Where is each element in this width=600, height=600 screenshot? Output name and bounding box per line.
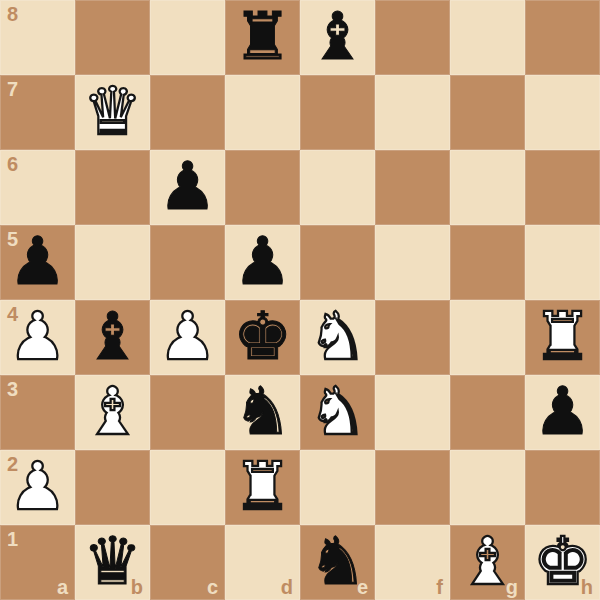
square-e5[interactable]	[300, 225, 375, 300]
square-c5[interactable]	[150, 225, 225, 300]
square-b1[interactable]: b♛	[75, 525, 150, 600]
piece-black-king[interactable]: ♚	[233, 299, 292, 374]
rank-label-6: 6	[7, 154, 18, 174]
square-f8[interactable]	[375, 0, 450, 75]
piece-white-king[interactable]: ♚	[533, 524, 592, 599]
square-c8[interactable]	[150, 0, 225, 75]
square-h2[interactable]	[525, 450, 600, 525]
piece-white-rook[interactable]: ♜	[533, 299, 592, 374]
piece-black-bishop[interactable]: ♝	[83, 299, 142, 374]
square-b4[interactable]: ♝	[75, 300, 150, 375]
rank-label-3: 3	[7, 379, 18, 399]
square-b6[interactable]	[75, 150, 150, 225]
square-d3[interactable]: ♞	[225, 375, 300, 450]
piece-black-queen[interactable]: ♛	[83, 524, 142, 599]
piece-white-knight[interactable]: ♞	[308, 374, 367, 449]
square-c4[interactable]: ♟	[150, 300, 225, 375]
square-g4[interactable]	[450, 300, 525, 375]
square-c3[interactable]	[150, 375, 225, 450]
square-a8[interactable]: 8	[0, 0, 75, 75]
square-d7[interactable]	[225, 75, 300, 150]
square-d5[interactable]: ♟	[225, 225, 300, 300]
square-a4[interactable]: 4♟	[0, 300, 75, 375]
square-e3[interactable]: ♞	[300, 375, 375, 450]
square-e2[interactable]	[300, 450, 375, 525]
square-e6[interactable]	[300, 150, 375, 225]
piece-black-knight[interactable]: ♞	[308, 524, 367, 599]
square-a5[interactable]: 5♟	[0, 225, 75, 300]
square-d6[interactable]	[225, 150, 300, 225]
rank-label-1: 1	[7, 529, 18, 549]
piece-black-knight[interactable]: ♞	[233, 374, 292, 449]
file-label-c: c	[207, 577, 218, 597]
rank-label-7: 7	[7, 79, 18, 99]
square-b3[interactable]: ♝	[75, 375, 150, 450]
square-b2[interactable]	[75, 450, 150, 525]
square-f4[interactable]	[375, 300, 450, 375]
square-h3[interactable]: ♟	[525, 375, 600, 450]
rank-label-8: 8	[7, 4, 18, 24]
piece-black-pawn[interactable]: ♟	[233, 224, 292, 299]
square-h5[interactable]	[525, 225, 600, 300]
square-c6[interactable]: ♟	[150, 150, 225, 225]
square-h6[interactable]	[525, 150, 600, 225]
square-f6[interactable]	[375, 150, 450, 225]
square-d4[interactable]: ♚	[225, 300, 300, 375]
piece-white-bishop[interactable]: ♝	[458, 524, 517, 599]
square-h1[interactable]: h♚	[525, 525, 600, 600]
square-g8[interactable]	[450, 0, 525, 75]
piece-black-pawn[interactable]: ♟	[8, 224, 67, 299]
square-g7[interactable]	[450, 75, 525, 150]
piece-white-pawn[interactable]: ♟	[158, 299, 217, 374]
piece-white-pawn[interactable]: ♟	[8, 299, 67, 374]
square-g6[interactable]	[450, 150, 525, 225]
square-d8[interactable]: ♜	[225, 0, 300, 75]
square-e7[interactable]	[300, 75, 375, 150]
piece-white-bishop[interactable]: ♝	[83, 374, 142, 449]
square-f5[interactable]	[375, 225, 450, 300]
square-h4[interactable]: ♜	[525, 300, 600, 375]
square-d2[interactable]: ♜	[225, 450, 300, 525]
square-e8[interactable]: ♝	[300, 0, 375, 75]
square-d1[interactable]: d	[225, 525, 300, 600]
piece-black-pawn[interactable]: ♟	[533, 374, 592, 449]
file-label-a: a	[57, 577, 68, 597]
piece-white-pawn[interactable]: ♟	[8, 449, 67, 524]
square-e4[interactable]: ♞	[300, 300, 375, 375]
square-g1[interactable]: g♝	[450, 525, 525, 600]
square-c1[interactable]: c	[150, 525, 225, 600]
square-f1[interactable]: f	[375, 525, 450, 600]
square-h7[interactable]	[525, 75, 600, 150]
square-f7[interactable]	[375, 75, 450, 150]
square-h8[interactable]	[525, 0, 600, 75]
file-label-d: d	[281, 577, 293, 597]
square-g2[interactable]	[450, 450, 525, 525]
chess-board: 8♜♝7♛6♟5♟♟4♟♝♟♚♞♜3♝♞♞♟2♟♜1ab♛cde♞fg♝h♚	[0, 0, 600, 600]
square-b8[interactable]	[75, 0, 150, 75]
square-e1[interactable]: e♞	[300, 525, 375, 600]
square-a1[interactable]: 1a	[0, 525, 75, 600]
square-g3[interactable]	[450, 375, 525, 450]
square-a7[interactable]: 7	[0, 75, 75, 150]
square-a3[interactable]: 3	[0, 375, 75, 450]
piece-white-queen[interactable]: ♛	[83, 74, 142, 149]
square-g5[interactable]	[450, 225, 525, 300]
piece-black-rook[interactable]: ♜	[233, 0, 292, 74]
square-f2[interactable]	[375, 450, 450, 525]
square-c7[interactable]	[150, 75, 225, 150]
file-label-f: f	[436, 577, 443, 597]
square-b5[interactable]	[75, 225, 150, 300]
piece-white-rook[interactable]: ♜	[233, 449, 292, 524]
square-f3[interactable]	[375, 375, 450, 450]
piece-black-pawn[interactable]: ♟	[158, 149, 217, 224]
square-a2[interactable]: 2♟	[0, 450, 75, 525]
square-a6[interactable]: 6	[0, 150, 75, 225]
square-b7[interactable]: ♛	[75, 75, 150, 150]
piece-black-bishop[interactable]: ♝	[308, 0, 367, 74]
piece-white-knight[interactable]: ♞	[308, 299, 367, 374]
square-c2[interactable]	[150, 450, 225, 525]
